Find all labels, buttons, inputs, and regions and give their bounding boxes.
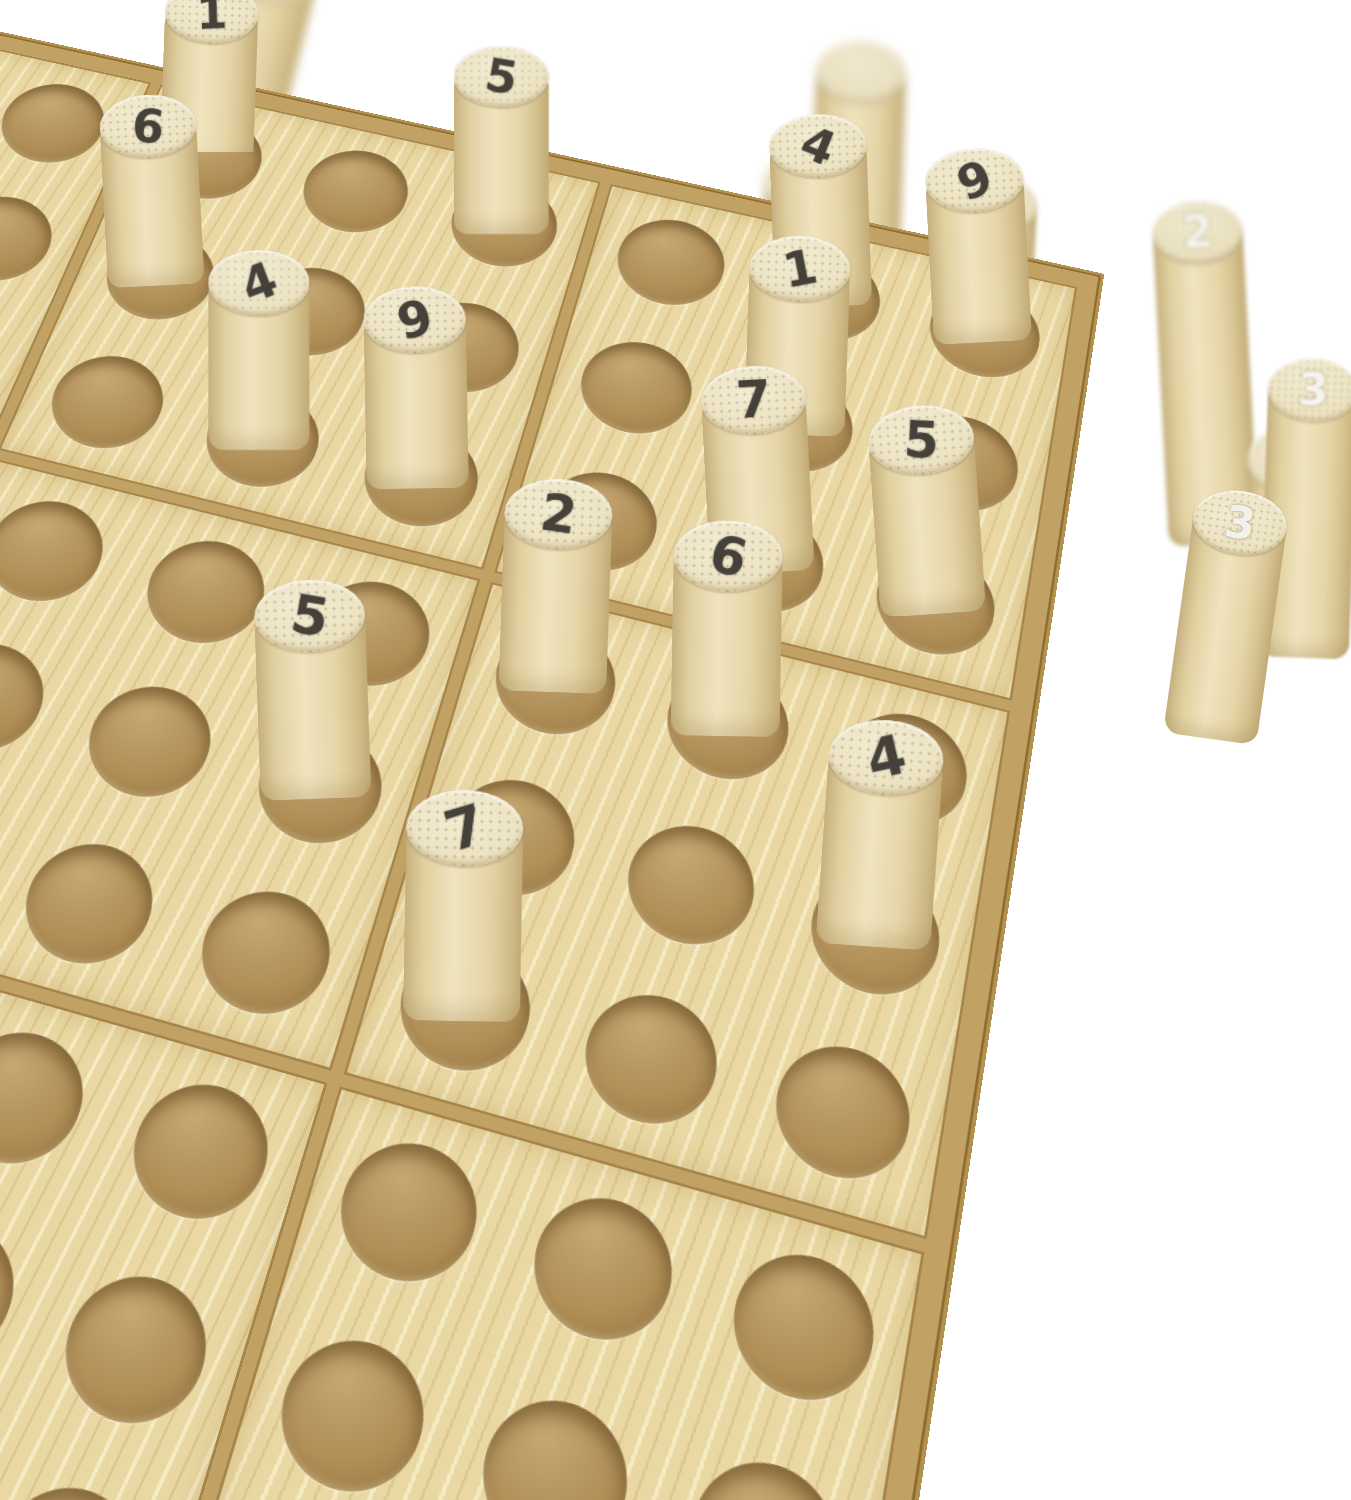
peg-hole[interactable] xyxy=(607,210,734,315)
peg-hole[interactable] xyxy=(677,1445,848,1500)
number-peg[interactable]: 6 xyxy=(671,519,784,737)
peg-hole[interactable] xyxy=(570,331,702,444)
peg-digit: 4 xyxy=(794,119,841,174)
peg-digit: 7 xyxy=(438,796,492,861)
peg-digit: 6 xyxy=(129,101,166,150)
number-peg[interactable]: 9 xyxy=(923,146,1031,345)
peg-hole[interactable] xyxy=(290,141,419,242)
scene: 8233 468131564949175115264737172836 xyxy=(0,0,1351,1500)
number-peg[interactable]: 5 xyxy=(454,46,549,234)
peg-hole[interactable] xyxy=(185,878,345,1029)
peg-digit: 6 xyxy=(705,526,753,585)
peg-digit: 1 xyxy=(195,0,228,36)
peg-digit: 5 xyxy=(287,587,333,646)
peg-hole[interactable] xyxy=(46,1261,224,1442)
board-cell[interactable] xyxy=(220,1282,480,1500)
peg-hole[interactable] xyxy=(7,831,169,979)
peg-hole[interactable] xyxy=(72,674,226,810)
peg-top: 6 xyxy=(673,519,783,592)
peg-hole[interactable] xyxy=(721,1238,884,1417)
peg-digit: 1 xyxy=(779,242,821,296)
peg-digit: 4 xyxy=(234,254,283,311)
peg-hole[interactable] xyxy=(764,1032,918,1195)
peg-hole[interactable] xyxy=(36,346,178,460)
peg-digit: 9 xyxy=(392,292,438,348)
number-peg[interactable]: 5 xyxy=(253,578,371,801)
peg-hole[interactable] xyxy=(572,981,728,1140)
peg-digit: 3 xyxy=(1222,499,1258,547)
sudoku-board: 468131564949175115264737172836 xyxy=(0,0,1101,1500)
peg-hole[interactable] xyxy=(0,187,67,291)
peg-top: 4 xyxy=(208,250,309,316)
peg-hole[interactable] xyxy=(0,1469,158,1500)
peg-hole[interactable] xyxy=(116,1069,285,1235)
peg-hole[interactable] xyxy=(324,1128,491,1298)
peg-hole[interactable] xyxy=(468,1384,642,1500)
number-peg[interactable]: 6 xyxy=(98,92,204,288)
number-peg[interactable]: 7 xyxy=(403,789,524,1022)
peg-hole[interactable] xyxy=(616,813,765,959)
peg-digit: 3 xyxy=(1297,368,1329,413)
peg-digit: 5 xyxy=(482,52,521,102)
peg-digit: 9 xyxy=(950,153,998,209)
peg-digit: 4 xyxy=(861,726,911,788)
peg-hole[interactable] xyxy=(0,306,11,417)
number-peg[interactable]: 4 xyxy=(815,716,945,951)
peg-digit: 5 xyxy=(902,414,940,466)
peg-digit: 7 xyxy=(735,374,772,426)
number-peg[interactable]: 2 xyxy=(498,477,613,694)
number-peg[interactable]: 9 xyxy=(363,286,469,490)
number-peg[interactable]: 4 xyxy=(208,250,309,450)
peg-digit: 2 xyxy=(1181,209,1214,255)
peg-hole[interactable] xyxy=(520,1182,685,1357)
number-peg[interactable]: 5 xyxy=(866,402,986,618)
peg-hole[interactable] xyxy=(0,631,60,764)
board-wrap: 468131564949175115264737172836 xyxy=(0,0,1101,1500)
peg-hole[interactable] xyxy=(0,489,118,612)
peg-digit: 2 xyxy=(537,486,580,542)
peg-hole[interactable] xyxy=(0,1018,101,1180)
board-cell[interactable]: 5 xyxy=(835,511,1033,698)
peg-hole[interactable] xyxy=(263,1324,439,1500)
